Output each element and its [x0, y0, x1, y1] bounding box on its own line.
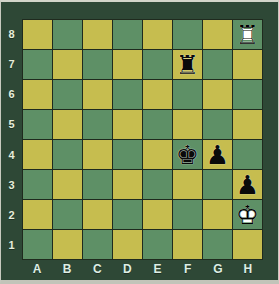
rank-label-2: 2 [1, 200, 22, 230]
square-h3[interactable]: ♟ [233, 170, 262, 199]
square-g7[interactable] [203, 50, 232, 79]
file-label-d: D [112, 260, 142, 280]
square-e3[interactable] [143, 170, 172, 199]
chess-diagram-window: 87654321 ♜♖♜♚♟♟♚♔ ABCDEFGH [0, 0, 279, 284]
square-c1[interactable] [83, 230, 112, 259]
square-d4[interactable] [113, 140, 142, 169]
black-pawn-h3[interactable]: ♟ [233, 170, 262, 199]
square-g4[interactable]: ♟ [203, 140, 232, 169]
square-b7[interactable] [53, 50, 82, 79]
file-label-g: G [203, 260, 233, 280]
square-d7[interactable] [113, 50, 142, 79]
rank-label-5: 5 [1, 109, 22, 139]
square-h6[interactable] [233, 80, 262, 109]
square-c6[interactable] [83, 80, 112, 109]
square-a8[interactable] [23, 20, 52, 49]
square-g2[interactable] [203, 200, 232, 229]
square-g6[interactable] [203, 80, 232, 109]
square-f6[interactable] [173, 80, 202, 109]
square-f3[interactable] [173, 170, 202, 199]
square-c7[interactable] [83, 50, 112, 79]
square-f8[interactable] [173, 20, 202, 49]
square-b3[interactable] [53, 170, 82, 199]
square-h7[interactable] [233, 50, 262, 79]
black-king-glyph: ♚ [173, 140, 202, 169]
white-rook-outline: ♖ [233, 20, 262, 49]
square-f4[interactable]: ♚ [173, 140, 202, 169]
square-f2[interactable] [173, 200, 202, 229]
rank-label-1: 1 [1, 230, 22, 260]
square-g8[interactable] [203, 20, 232, 49]
rank-label-6: 6 [1, 79, 22, 109]
file-label-e: E [143, 260, 173, 280]
square-c3[interactable] [83, 170, 112, 199]
file-label-h: H [233, 260, 263, 280]
square-h8[interactable]: ♜♖ [233, 20, 262, 49]
chess-board: ♜♖♜♚♟♟♚♔ [22, 19, 263, 260]
square-g1[interactable] [203, 230, 232, 259]
square-d6[interactable] [113, 80, 142, 109]
file-label-c: C [82, 260, 112, 280]
square-g3[interactable] [203, 170, 232, 199]
black-pawn-glyph: ♟ [233, 170, 262, 199]
square-b1[interactable] [53, 230, 82, 259]
file-label-b: B [52, 260, 82, 280]
square-d2[interactable] [113, 200, 142, 229]
square-f1[interactable] [173, 230, 202, 259]
square-d1[interactable] [113, 230, 142, 259]
square-e6[interactable] [143, 80, 172, 109]
rank-label-7: 7 [1, 49, 22, 79]
square-h5[interactable] [233, 110, 262, 139]
square-e8[interactable] [143, 20, 172, 49]
square-b4[interactable] [53, 140, 82, 169]
black-rook-glyph: ♜ [173, 50, 202, 79]
square-e7[interactable] [143, 50, 172, 79]
square-a3[interactable] [23, 170, 52, 199]
square-c5[interactable] [83, 110, 112, 139]
square-e4[interactable] [143, 140, 172, 169]
square-a7[interactable] [23, 50, 52, 79]
white-king-h2[interactable]: ♚♔ [233, 200, 262, 229]
square-h4[interactable] [233, 140, 262, 169]
square-a5[interactable] [23, 110, 52, 139]
square-c2[interactable] [83, 200, 112, 229]
square-e2[interactable] [143, 200, 172, 229]
rank-label-4: 4 [1, 140, 22, 170]
square-d5[interactable] [113, 110, 142, 139]
rank-label-3: 3 [1, 170, 22, 200]
board-frame: 87654321 ♜♖♜♚♟♟♚♔ ABCDEFGH [1, 2, 278, 280]
square-c8[interactable] [83, 20, 112, 49]
black-rook-f7[interactable]: ♜ [173, 50, 202, 79]
square-b5[interactable] [53, 110, 82, 139]
square-h1[interactable] [233, 230, 262, 259]
black-pawn-glyph: ♟ [203, 140, 232, 169]
square-b6[interactable] [53, 80, 82, 109]
square-a2[interactable] [23, 200, 52, 229]
square-d3[interactable] [113, 170, 142, 199]
square-f5[interactable] [173, 110, 202, 139]
square-b2[interactable] [53, 200, 82, 229]
file-labels: ABCDEFGH [22, 260, 263, 280]
square-e5[interactable] [143, 110, 172, 139]
white-rook-h8[interactable]: ♜♖ [233, 20, 262, 49]
file-label-a: A [22, 260, 52, 280]
black-king-f4[interactable]: ♚ [173, 140, 202, 169]
square-b8[interactable] [53, 20, 82, 49]
rank-labels: 87654321 [1, 19, 22, 260]
square-h2[interactable]: ♚♔ [233, 200, 262, 229]
square-a4[interactable] [23, 140, 52, 169]
square-a6[interactable] [23, 80, 52, 109]
square-e1[interactable] [143, 230, 172, 259]
rank-label-8: 8 [1, 19, 22, 49]
square-a1[interactable] [23, 230, 52, 259]
square-d8[interactable] [113, 20, 142, 49]
square-c4[interactable] [83, 140, 112, 169]
white-king-outline: ♔ [233, 200, 262, 229]
square-g5[interactable] [203, 110, 232, 139]
black-pawn-g4[interactable]: ♟ [203, 140, 232, 169]
file-label-f: F [173, 260, 203, 280]
square-f7[interactable]: ♜ [173, 50, 202, 79]
